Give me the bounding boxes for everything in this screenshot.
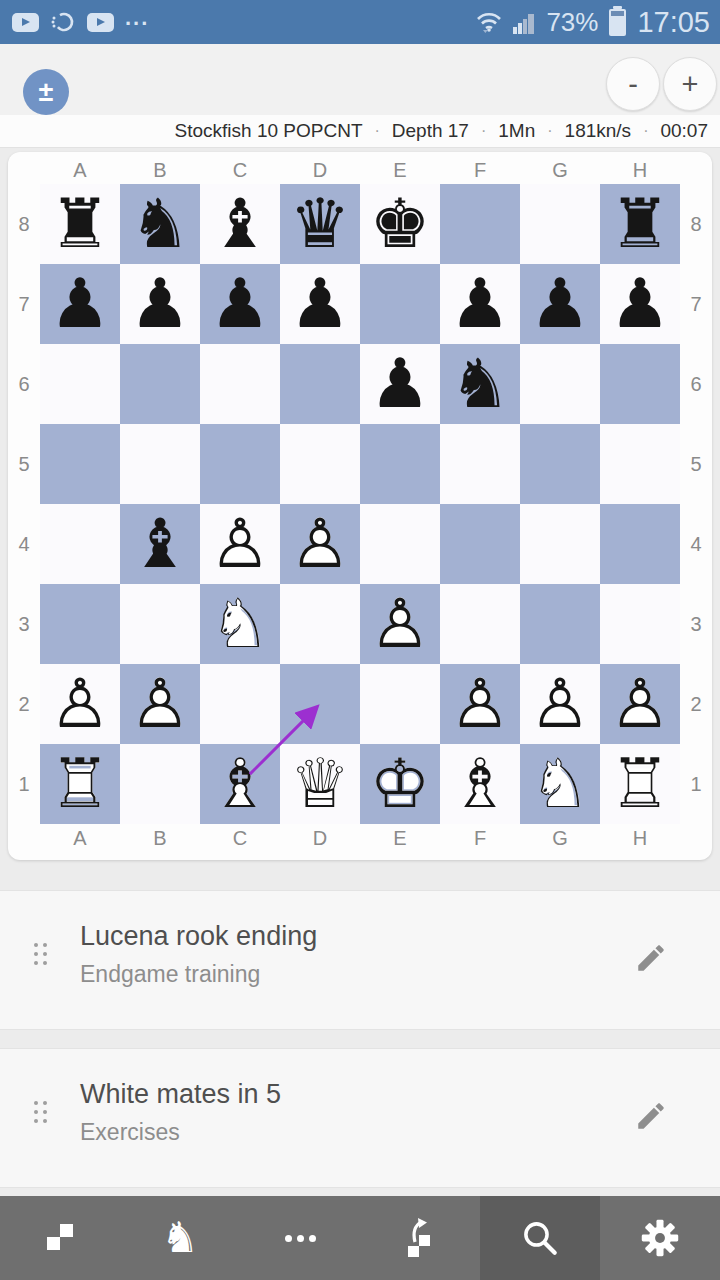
square-e8[interactable]: ♚ [360,184,440,264]
evaluation-badge: ± [23,69,69,115]
separator-dot: · [643,122,648,140]
square-b3[interactable] [120,584,200,664]
separator-dot: · [547,122,552,140]
black-pawn: ♟ [130,270,191,338]
square-c6[interactable] [200,344,280,424]
clock: 17:05 [637,6,710,39]
board-setup-button[interactable] [0,1196,120,1280]
square-c1[interactable]: ♝♗ [200,744,280,824]
file-label: G [520,156,600,184]
square-e3[interactable]: ♟♙ [360,584,440,664]
white-bishop: ♝♗ [450,750,511,818]
black-queen: ♛ [290,190,351,258]
battery-icon [609,9,626,36]
square-c8[interactable]: ♝ [200,184,280,264]
square-g2[interactable]: ♟♙ [520,664,600,744]
study-title: White mates in 5 [80,1079,281,1110]
more-options-button[interactable] [240,1196,360,1280]
rank-label: 3 [8,584,40,664]
square-f1[interactable]: ♝♗ [440,744,520,824]
square-b7[interactable]: ♟ [120,264,200,344]
file-label: A [40,156,120,184]
white-pawn: ♟♙ [130,670,191,738]
square-e5[interactable] [360,424,440,504]
square-b5[interactable] [120,424,200,504]
square-h5[interactable] [600,424,680,504]
white-knight: ♞♘ [210,590,271,658]
square-g6[interactable] [520,344,600,424]
square-c4[interactable]: ♟♙ [200,504,280,584]
square-c7[interactable]: ♟ [200,264,280,344]
white-pawn: ♟♙ [530,670,591,738]
square-d4[interactable]: ♟♙ [280,504,360,584]
black-pawn: ♟ [210,270,271,338]
black-rook: ♜ [610,190,671,258]
black-pawn: ♟ [50,270,111,338]
drag-handle-icon[interactable] [34,943,47,975]
file-label: H [600,824,680,852]
square-g8[interactable] [520,184,600,264]
rank-labels-right: 87654321 [680,184,712,824]
board-card: ABCDEFGH 87654321 ♜♞♝♛♚♜♟♟♟♟♟♟♟♟♞♝♟♙♟♙♞♘… [8,152,712,860]
square-d5[interactable] [280,424,360,504]
square-h2[interactable]: ♟♙ [600,664,680,744]
file-label: G [520,824,600,852]
white-queen: ♛♕ [290,750,351,818]
white-pawn: ♟♙ [370,590,431,658]
black-bishop: ♝ [130,510,191,578]
square-g3[interactable] [520,584,600,664]
rank-label: 1 [8,744,40,824]
file-label: D [280,824,360,852]
square-e1[interactable]: ♚♔ [360,744,440,824]
rank-label: 2 [8,664,40,744]
white-pawn: ♟♙ [450,670,511,738]
square-c5[interactable] [200,424,280,504]
square-a1[interactable]: ♜♖ [40,744,120,824]
black-pawn: ♟ [370,350,431,418]
engine-speed: 181kn/s [565,120,632,142]
square-e2[interactable] [360,664,440,744]
edit-pencil-icon[interactable] [634,941,668,975]
square-e6[interactable]: ♟ [360,344,440,424]
decrease-variations-button[interactable]: - [606,57,660,111]
white-pawn: ♟♙ [610,670,671,738]
square-f5[interactable] [440,424,520,504]
rank-label: 4 [680,504,712,584]
square-a6[interactable] [40,344,120,424]
separator-dot: · [375,122,380,140]
black-knight: ♞ [450,350,511,418]
settings-button[interactable] [600,1196,720,1280]
signal-strength-icon [513,9,537,35]
white-bishop: ♝♗ [210,750,271,818]
white-rook: ♜♖ [610,750,671,818]
white-pawn: ♟♙ [290,510,351,578]
rank-label: 7 [680,264,712,344]
board-setup-icon [42,1220,78,1256]
file-label: F [440,824,520,852]
square-a8[interactable]: ♜ [40,184,120,264]
new-game-button[interactable]: ♞ [120,1196,240,1280]
search-button[interactable] [480,1196,600,1280]
sync-notification-icon [50,9,76,35]
engine-time: 00:07 [660,120,708,142]
study-subtitle: Endgame training [80,961,260,988]
square-c2[interactable] [200,664,280,744]
black-pawn: ♟ [290,270,351,338]
square-a7[interactable]: ♟ [40,264,120,344]
square-d7[interactable]: ♟ [280,264,360,344]
square-e7[interactable] [360,264,440,344]
increase-variations-button[interactable]: + [663,57,717,111]
rank-label: 2 [680,664,712,744]
black-rook: ♜ [50,190,111,258]
rank-label: 3 [680,584,712,664]
white-pawn: ♟♙ [50,670,111,738]
engine-name: Stockfish 10 POPCNT [175,120,363,142]
play-move-icon [398,1216,442,1260]
square-a5[interactable] [40,424,120,504]
edit-pencil-icon[interactable] [634,1099,668,1133]
rank-label: 1 [680,744,712,824]
rank-labels-left: 87654321 [8,184,40,824]
file-label: E [360,824,440,852]
file-label: B [120,156,200,184]
square-b2[interactable]: ♟♙ [120,664,200,744]
black-pawn: ♟ [450,270,511,338]
square-b1[interactable] [120,744,200,824]
square-f6[interactable]: ♞ [440,344,520,424]
square-e4[interactable] [360,504,440,584]
rank-label: 5 [8,424,40,504]
gear-icon [640,1218,680,1258]
square-g5[interactable] [520,424,600,504]
rank-label: 6 [8,344,40,424]
status-bar: ... 73% 17:05 [0,0,720,44]
file-label: D [280,156,360,184]
square-f2[interactable]: ♟♙ [440,664,520,744]
square-h3[interactable] [600,584,680,664]
knight-icon: ♞ [161,1217,199,1259]
chess-board[interactable]: ♜♞♝♛♚♜♟♟♟♟♟♟♟♟♞♝♟♙♟♙♞♘♟♙♟♙♟♙♟♙♟♙♟♙♜♖♝♗♛♕… [40,184,680,824]
square-g4[interactable] [520,504,600,584]
square-a3[interactable] [40,584,120,664]
engine-status-bar[interactable]: Stockfish 10 POPCNT · Depth 17 · 1Mn · 1… [0,115,720,148]
square-c3[interactable]: ♞♘ [200,584,280,664]
square-d1[interactable]: ♛♕ [280,744,360,824]
square-d3[interactable] [280,584,360,664]
square-d8[interactable]: ♛ [280,184,360,264]
youtube-notification-icon [12,13,39,32]
ellipsis-icon [285,1235,316,1242]
square-h8[interactable]: ♜ [600,184,680,264]
square-f7[interactable]: ♟ [440,264,520,344]
file-label: B [120,824,200,852]
square-b8[interactable]: ♞ [120,184,200,264]
square-d2[interactable] [280,664,360,744]
square-h1[interactable]: ♜♖ [600,744,680,824]
more-notifications-indicator: ... [125,5,149,31]
white-knight: ♞♘ [530,750,591,818]
square-a2[interactable]: ♟♙ [40,664,120,744]
separator-dot: · [481,122,486,140]
black-knight: ♞ [130,190,191,258]
rank-label: 5 [680,424,712,504]
square-h4[interactable] [600,504,680,584]
white-rook: ♜♖ [50,750,111,818]
wifi-icon [474,10,504,34]
engine-depth: Depth 17 [392,120,469,142]
youtube-notification-icon [87,13,114,32]
square-g7[interactable]: ♟ [520,264,600,344]
app-screen: ... 73% 17:05 1. ± (0.88 [0,0,720,1280]
study-list-item[interactable]: Lucena rook ending Endgame training [0,890,720,1030]
bottom-toolbar: ♞ [0,1196,720,1280]
square-b6[interactable] [120,344,200,424]
black-pawn: ♟ [610,270,671,338]
battery-percentage: 73% [546,7,598,38]
search-icon [520,1218,560,1258]
file-labels-top: ABCDEFGH [40,156,680,184]
study-subtitle: Exercises [80,1119,180,1146]
white-king: ♚♔ [370,750,431,818]
square-f8[interactable] [440,184,520,264]
black-pawn: ♟ [530,270,591,338]
white-pawn: ♟♙ [210,510,271,578]
file-label: A [40,824,120,852]
black-bishop: ♝ [210,190,271,258]
square-g1[interactable]: ♞♘ [520,744,600,824]
file-label: E [360,156,440,184]
rank-label: 8 [680,184,712,264]
file-label: F [440,156,520,184]
square-d6[interactable] [280,344,360,424]
square-a4[interactable] [40,504,120,584]
square-h7[interactable]: ♟ [600,264,680,344]
study-list-item[interactable]: White mates in 5 Exercises [0,1048,720,1188]
study-title: Lucena rook ending [80,921,317,952]
file-labels-bottom: ABCDEFGH [40,824,680,852]
file-label: C [200,824,280,852]
engine-nodes: 1Mn [498,120,535,142]
black-king: ♚ [370,190,431,258]
play-move-button[interactable] [360,1196,480,1280]
rank-label: 6 [680,344,712,424]
square-f3[interactable] [440,584,520,664]
rank-label: 7 [8,264,40,344]
square-f4[interactable] [440,504,520,584]
file-label: C [200,156,280,184]
rank-label: 4 [8,504,40,584]
square-b4[interactable]: ♝ [120,504,200,584]
square-h6[interactable] [600,344,680,424]
drag-handle-icon[interactable] [34,1101,47,1133]
file-label: H [600,156,680,184]
rank-label: 8 [8,184,40,264]
